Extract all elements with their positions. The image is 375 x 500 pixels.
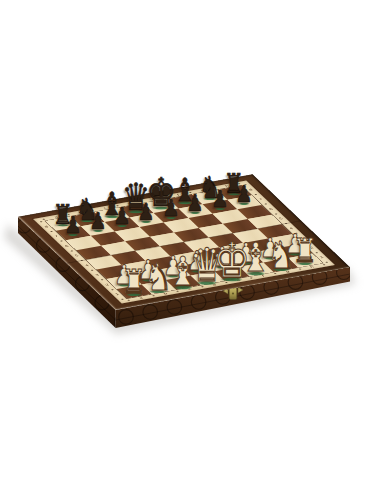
piece-black-pawn[interactable]: ♟ [162,196,179,219]
border-dot [275,213,278,214]
piece-black-pawn[interactable]: ♟ [138,201,155,224]
piece-black-pawn[interactable]: ♟ [211,188,228,211]
piece-white-rook[interactable]: ♜ [293,235,318,268]
piece-black-pawn[interactable]: ♟ [89,210,106,233]
piece-white-rook[interactable]: ♜ [122,266,147,299]
piece-white-knight[interactable]: ♞ [266,236,294,273]
border-dot [254,194,257,195]
border-dot [70,250,73,251]
border-dot [91,270,94,271]
piece-black-pawn[interactable]: ♟ [187,192,204,215]
chess-set-photo: aa88bb77cc66dd55ee44ff33gg22hh11 ♜♞♝♛♚♝♞… [0,0,375,500]
piece-black-pawn[interactable]: ♟ [64,214,81,237]
piece-black-pawn[interactable]: ♟ [113,205,130,228]
piece-black-pawn[interactable]: ♟ [235,183,252,206]
border-dot [50,231,53,232]
